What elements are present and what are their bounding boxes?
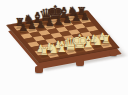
piece-shadow — [54, 48, 63, 51]
chess-set-photo: ♜♞♝♛♚♝♞♜♟♟♟♟♟♟♟♟♟♟♟♟♟♟♟♟♜♞♝♛♚♝♞♜ — [0, 0, 128, 95]
piece-shadow — [81, 43, 90, 46]
piece-shadow — [37, 27, 46, 30]
piece-shadow — [89, 41, 98, 44]
piece-shadow — [102, 44, 111, 47]
piece-shadow — [60, 18, 69, 21]
piece-shadow — [77, 15, 86, 18]
piece-shadow — [36, 51, 45, 54]
piece-shadow — [45, 49, 54, 52]
piece-shadow — [51, 20, 60, 23]
piece-shadow — [75, 49, 84, 52]
piece-shadow — [93, 45, 102, 48]
piece-shadow — [68, 17, 77, 20]
piece-shadow — [42, 21, 51, 24]
piece-shadow — [72, 21, 81, 24]
piece-shadow — [49, 54, 58, 57]
piece-shadow — [66, 50, 75, 53]
piece-shadow — [98, 40, 107, 43]
box-foot-right — [110, 50, 117, 56]
piece-shadow — [33, 23, 42, 26]
piece-shadow — [28, 29, 37, 32]
piece-shadow — [58, 52, 67, 55]
box-foot-middle — [76, 59, 84, 66]
piece-shadow — [40, 55, 49, 58]
piece-shadow — [19, 30, 28, 33]
piece-shadow — [45, 26, 54, 29]
piece-shadow — [81, 19, 90, 22]
piece-shadow — [72, 45, 81, 48]
box-foot-left — [35, 66, 43, 73]
piece-shadow — [63, 22, 72, 25]
piece-shadow — [15, 26, 24, 29]
piece-shadow — [84, 47, 93, 50]
piece-shadow — [54, 24, 63, 27]
piece-shadow — [63, 46, 72, 49]
piece-shadow — [24, 25, 33, 28]
